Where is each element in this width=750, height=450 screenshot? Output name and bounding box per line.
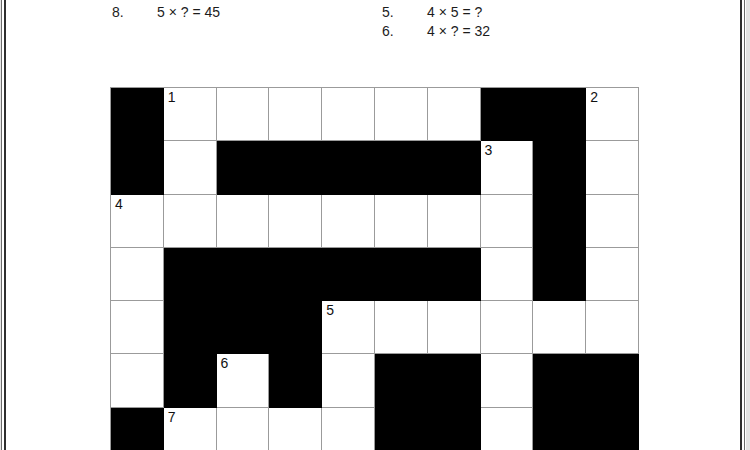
clue-5: 5. 4 × 5 = ? xyxy=(382,3,482,22)
cell-r2c9 xyxy=(533,141,586,194)
cell-r7c1 xyxy=(111,408,164,450)
cell-r2c4 xyxy=(269,141,322,194)
cell-r5c5[interactable]: 5 xyxy=(322,301,375,354)
cell-number-3: 3 xyxy=(485,142,493,158)
clue-6-equation: 4 × ? = 32 xyxy=(427,22,490,41)
cell-r5c2 xyxy=(164,301,217,354)
cell-r4c3 xyxy=(217,248,270,301)
cell-r7c7 xyxy=(428,408,481,450)
cell-r2c7 xyxy=(428,141,481,194)
cell-r1c5[interactable] xyxy=(322,88,375,141)
cell-r5c1[interactable] xyxy=(111,301,164,354)
cell-r2c5 xyxy=(322,141,375,194)
cell-r6c10 xyxy=(586,354,639,407)
cell-r7c4[interactable] xyxy=(269,408,322,450)
cell-r7c9 xyxy=(533,408,586,450)
cell-r6c5[interactable] xyxy=(322,354,375,407)
cell-r1c2[interactable]: 1 xyxy=(164,88,217,141)
cell-r6c2 xyxy=(164,354,217,407)
cell-r7c8[interactable] xyxy=(481,408,534,450)
cell-r5c10[interactable] xyxy=(586,301,639,354)
cell-number-1: 1 xyxy=(168,89,176,105)
cell-r7c2[interactable]: 7 xyxy=(164,408,217,450)
cell-r5c3 xyxy=(217,301,270,354)
cell-number-5: 5 xyxy=(326,302,334,318)
cell-number-4: 4 xyxy=(115,196,123,212)
cell-r4c10[interactable] xyxy=(586,248,639,301)
clue-8-number: 8. xyxy=(112,3,157,22)
cell-r2c8[interactable]: 3 xyxy=(481,141,534,194)
clue-6-number: 6. xyxy=(382,22,427,41)
cell-r3c10[interactable] xyxy=(586,195,639,248)
cell-r3c7[interactable] xyxy=(428,195,481,248)
clue-5-equation: 4 × 5 = ? xyxy=(427,3,482,22)
cell-r4c5 xyxy=(322,248,375,301)
page-border-right-inner xyxy=(740,0,742,450)
cell-number-2: 2 xyxy=(590,89,598,105)
cell-r4c7 xyxy=(428,248,481,301)
cell-r3c3[interactable] xyxy=(217,195,270,248)
clue-5-number: 5. xyxy=(382,3,427,22)
cell-r1c3[interactable] xyxy=(217,88,270,141)
cell-r4c8[interactable] xyxy=(481,248,534,301)
cell-r7c3[interactable] xyxy=(217,408,270,450)
cell-r2c2[interactable] xyxy=(164,141,217,194)
page-border-left-inner xyxy=(4,0,6,450)
cell-r6c1[interactable] xyxy=(111,354,164,407)
cell-r4c6 xyxy=(375,248,428,301)
clue-8: 8. 5 × ? = 45 xyxy=(112,3,220,22)
clue-6: 6. 4 × ? = 32 xyxy=(382,22,490,41)
cell-r1c8 xyxy=(481,88,534,141)
cell-r5c4 xyxy=(269,301,322,354)
cell-r4c9 xyxy=(533,248,586,301)
cell-r5c8[interactable] xyxy=(481,301,534,354)
cell-r4c4 xyxy=(269,248,322,301)
cell-r5c7[interactable] xyxy=(428,301,481,354)
clue-8-equation: 5 × ? = 45 xyxy=(157,3,220,22)
cell-number-7: 7 xyxy=(168,409,176,425)
cell-r1c7[interactable] xyxy=(428,88,481,141)
cell-r4c1[interactable] xyxy=(111,248,164,301)
cell-r3c9 xyxy=(533,195,586,248)
cell-r1c9 xyxy=(533,88,586,141)
cell-r6c8[interactable] xyxy=(481,354,534,407)
cell-number-6: 6 xyxy=(221,355,229,371)
cell-r3c1[interactable]: 4 xyxy=(111,195,164,248)
page-border-left-outer xyxy=(1,0,2,450)
cell-r3c5[interactable] xyxy=(322,195,375,248)
cell-r1c10[interactable]: 2 xyxy=(586,88,639,141)
cell-r3c2[interactable] xyxy=(164,195,217,248)
cell-r2c10[interactable] xyxy=(586,141,639,194)
cell-r2c3 xyxy=(217,141,270,194)
cell-r3c6[interactable] xyxy=(375,195,428,248)
cell-r6c9 xyxy=(533,354,586,407)
cell-r2c1 xyxy=(111,141,164,194)
cell-r7c10 xyxy=(586,408,639,450)
cell-r6c4 xyxy=(269,354,322,407)
cell-r3c4[interactable] xyxy=(269,195,322,248)
cell-r5c9[interactable] xyxy=(533,301,586,354)
cell-r2c6 xyxy=(375,141,428,194)
cell-r1c6[interactable] xyxy=(375,88,428,141)
page-border-right-outer xyxy=(744,0,745,450)
cell-r5c6[interactable] xyxy=(375,301,428,354)
cell-r7c6 xyxy=(375,408,428,450)
cell-r1c4[interactable] xyxy=(269,88,322,141)
cell-r3c8[interactable] xyxy=(481,195,534,248)
cell-r7c5[interactable] xyxy=(322,408,375,450)
cell-r4c2 xyxy=(164,248,217,301)
crossword-grid: 1234567 xyxy=(110,87,639,450)
cell-r6c6 xyxy=(375,354,428,407)
cell-r1c1 xyxy=(111,88,164,141)
cell-r6c3[interactable]: 6 xyxy=(217,354,270,407)
cell-r6c7 xyxy=(428,354,481,407)
